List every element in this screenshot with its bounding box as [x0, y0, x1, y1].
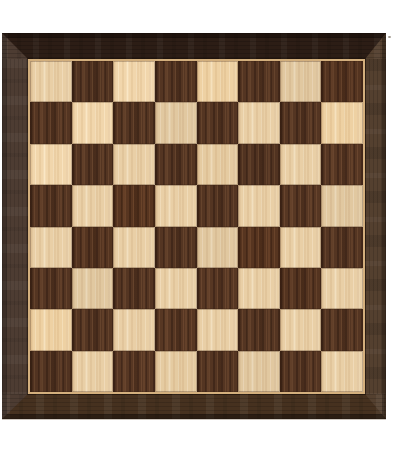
square-g8[interactable]	[280, 61, 322, 102]
squares-grid	[30, 61, 363, 392]
square-h5[interactable]	[321, 185, 363, 226]
frame-grain-left	[2, 59, 28, 394]
square-a2[interactable]	[30, 309, 72, 350]
square-c8[interactable]	[113, 61, 155, 102]
square-f1[interactable]	[238, 351, 280, 392]
chessboard	[2, 33, 386, 419]
square-d3[interactable]	[155, 268, 197, 309]
square-h4[interactable]	[321, 227, 363, 268]
square-b2[interactable]	[72, 309, 114, 350]
square-c3[interactable]	[113, 268, 155, 309]
square-f7[interactable]	[238, 102, 280, 143]
square-b3[interactable]	[72, 268, 114, 309]
square-h8[interactable]	[321, 61, 363, 102]
square-c4[interactable]	[113, 227, 155, 268]
square-g2[interactable]	[280, 309, 322, 350]
square-a7[interactable]	[30, 102, 72, 143]
frame-grain-top	[2, 33, 386, 59]
frame-grain-right	[365, 59, 386, 394]
square-h7[interactable]	[321, 102, 363, 143]
square-b8[interactable]	[72, 61, 114, 102]
square-f4[interactable]	[238, 227, 280, 268]
square-f5[interactable]	[238, 185, 280, 226]
square-f6[interactable]	[238, 144, 280, 185]
square-d1[interactable]	[155, 351, 197, 392]
square-a8[interactable]	[30, 61, 72, 102]
square-d6[interactable]	[155, 144, 197, 185]
square-g6[interactable]	[280, 144, 322, 185]
square-f8[interactable]	[238, 61, 280, 102]
square-g3[interactable]	[280, 268, 322, 309]
square-h6[interactable]	[321, 144, 363, 185]
square-d4[interactable]	[155, 227, 197, 268]
square-e8[interactable]	[197, 61, 239, 102]
square-g4[interactable]	[280, 227, 322, 268]
square-a3[interactable]	[30, 268, 72, 309]
square-h1[interactable]	[321, 351, 363, 392]
square-a4[interactable]	[30, 227, 72, 268]
square-h2[interactable]	[321, 309, 363, 350]
square-b4[interactable]	[72, 227, 114, 268]
square-e4[interactable]	[197, 227, 239, 268]
square-e6[interactable]	[197, 144, 239, 185]
square-d7[interactable]	[155, 102, 197, 143]
square-h3[interactable]	[321, 268, 363, 309]
square-e7[interactable]	[197, 102, 239, 143]
square-b5[interactable]	[72, 185, 114, 226]
square-c2[interactable]	[113, 309, 155, 350]
square-c1[interactable]	[113, 351, 155, 392]
square-d8[interactable]	[155, 61, 197, 102]
frame-grain-bottom	[2, 394, 386, 419]
dust-speck	[388, 36, 391, 38]
playing-area	[28, 59, 365, 394]
square-b1[interactable]	[72, 351, 114, 392]
board-photo	[0, 0, 400, 472]
square-c6[interactable]	[113, 144, 155, 185]
square-e5[interactable]	[197, 185, 239, 226]
square-g7[interactable]	[280, 102, 322, 143]
square-f2[interactable]	[238, 309, 280, 350]
square-d2[interactable]	[155, 309, 197, 350]
square-d5[interactable]	[155, 185, 197, 226]
square-e1[interactable]	[197, 351, 239, 392]
square-f3[interactable]	[238, 268, 280, 309]
square-a5[interactable]	[30, 185, 72, 226]
square-c5[interactable]	[113, 185, 155, 226]
square-e3[interactable]	[197, 268, 239, 309]
square-e2[interactable]	[197, 309, 239, 350]
square-b7[interactable]	[72, 102, 114, 143]
square-g1[interactable]	[280, 351, 322, 392]
square-b6[interactable]	[72, 144, 114, 185]
square-a6[interactable]	[30, 144, 72, 185]
board-frame	[2, 33, 386, 419]
square-a1[interactable]	[30, 351, 72, 392]
square-c7[interactable]	[113, 102, 155, 143]
square-g5[interactable]	[280, 185, 322, 226]
